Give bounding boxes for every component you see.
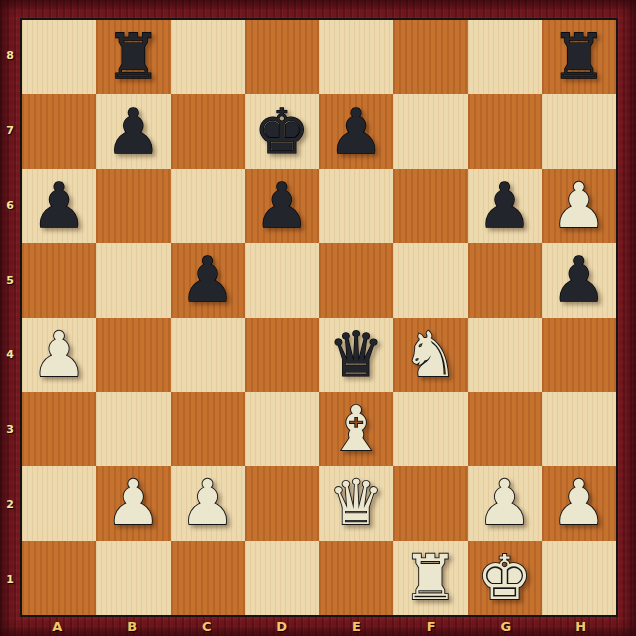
piece-white-pawn-b2[interactable]: ♟	[106, 466, 162, 540]
piece-white-pawn-c2[interactable]: ♟	[180, 466, 236, 540]
square-e6[interactable]	[319, 169, 393, 243]
square-f5[interactable]	[393, 243, 467, 317]
chess-app-window: ♜♜♟♚♟♟♟♟♟♟♟♟♛♞♝♟♟♛♟♟♜♚ 87654321 ABCDEFGH	[0, 0, 636, 636]
piece-black-pawn-a6[interactable]: ♟	[31, 169, 87, 243]
file-label-e: E	[319, 617, 394, 636]
rank-label-1: 1	[0, 542, 20, 617]
square-f6[interactable]	[393, 169, 467, 243]
square-c7[interactable]	[171, 94, 245, 168]
file-label-h: H	[543, 617, 618, 636]
square-h3[interactable]	[542, 392, 616, 466]
piece-white-pawn-h2[interactable]: ♟	[551, 466, 607, 540]
square-a1[interactable]	[22, 541, 96, 615]
square-b7[interactable]: ♟	[96, 94, 170, 168]
square-c5[interactable]: ♟	[171, 243, 245, 317]
square-f3[interactable]	[393, 392, 467, 466]
square-g8[interactable]	[468, 20, 542, 94]
piece-black-queen-e4[interactable]: ♛	[328, 318, 384, 392]
square-g5[interactable]	[468, 243, 542, 317]
square-c8[interactable]	[171, 20, 245, 94]
square-a8[interactable]	[22, 20, 96, 94]
square-g4[interactable]	[468, 318, 542, 392]
square-d6[interactable]: ♟	[245, 169, 319, 243]
square-f2[interactable]	[393, 466, 467, 540]
piece-white-knight-f4[interactable]: ♞	[403, 318, 459, 392]
square-c1[interactable]	[171, 541, 245, 615]
square-c4[interactable]	[171, 318, 245, 392]
square-g2[interactable]: ♟	[468, 466, 542, 540]
file-coordinates: ABCDEFGH	[20, 617, 618, 636]
piece-black-pawn-e7[interactable]: ♟	[328, 95, 384, 169]
square-b6[interactable]	[96, 169, 170, 243]
piece-white-king-g1[interactable]: ♚	[477, 541, 533, 615]
square-e7[interactable]: ♟	[319, 94, 393, 168]
rank-coordinates: 87654321	[0, 18, 20, 617]
square-d4[interactable]	[245, 318, 319, 392]
piece-black-pawn-d6[interactable]: ♟	[254, 169, 310, 243]
square-f4[interactable]: ♞	[393, 318, 467, 392]
square-d3[interactable]	[245, 392, 319, 466]
square-b5[interactable]	[96, 243, 170, 317]
square-b1[interactable]	[96, 541, 170, 615]
square-g1[interactable]: ♚	[468, 541, 542, 615]
rank-label-3: 3	[0, 392, 20, 467]
piece-black-rook-b8[interactable]: ♜	[106, 20, 162, 94]
square-e1[interactable]	[319, 541, 393, 615]
square-b3[interactable]	[96, 392, 170, 466]
file-label-c: C	[170, 617, 245, 636]
file-label-d: D	[244, 617, 319, 636]
square-e4[interactable]: ♛	[319, 318, 393, 392]
square-a2[interactable]	[22, 466, 96, 540]
square-g6[interactable]: ♟	[468, 169, 542, 243]
piece-white-rook-f1[interactable]: ♜	[403, 541, 459, 615]
square-e3[interactable]: ♝	[319, 392, 393, 466]
rank-label-7: 7	[0, 93, 20, 168]
square-d1[interactable]	[245, 541, 319, 615]
piece-black-pawn-c5[interactable]: ♟	[180, 243, 236, 317]
square-e2[interactable]: ♛	[319, 466, 393, 540]
square-g3[interactable]	[468, 392, 542, 466]
rank-label-4: 4	[0, 318, 20, 393]
square-d8[interactable]	[245, 20, 319, 94]
piece-black-pawn-g6[interactable]: ♟	[477, 169, 533, 243]
square-d5[interactable]	[245, 243, 319, 317]
square-d2[interactable]	[245, 466, 319, 540]
square-h2[interactable]: ♟	[542, 466, 616, 540]
piece-white-bishop-e3[interactable]: ♝	[328, 392, 384, 466]
square-a5[interactable]	[22, 243, 96, 317]
file-label-b: B	[95, 617, 170, 636]
square-c6[interactable]	[171, 169, 245, 243]
square-e8[interactable]	[319, 20, 393, 94]
square-c3[interactable]	[171, 392, 245, 466]
square-a7[interactable]	[22, 94, 96, 168]
square-d7[interactable]: ♚	[245, 94, 319, 168]
rank-label-8: 8	[0, 18, 20, 93]
piece-white-pawn-a4[interactable]: ♟	[31, 318, 87, 392]
square-h7[interactable]	[542, 94, 616, 168]
rank-label-5: 5	[0, 243, 20, 318]
square-h6[interactable]: ♟	[542, 169, 616, 243]
square-a3[interactable]	[22, 392, 96, 466]
file-label-a: A	[20, 617, 95, 636]
piece-white-pawn-h6[interactable]: ♟	[551, 169, 607, 243]
square-f1[interactable]: ♜	[393, 541, 467, 615]
rank-label-2: 2	[0, 467, 20, 542]
piece-black-pawn-h5[interactable]: ♟	[551, 243, 607, 317]
square-a4[interactable]: ♟	[22, 318, 96, 392]
file-label-f: F	[394, 617, 469, 636]
piece-black-king-d7[interactable]: ♚	[254, 95, 310, 169]
square-g7[interactable]	[468, 94, 542, 168]
chess-board: ♜♜♟♚♟♟♟♟♟♟♟♟♛♞♝♟♟♛♟♟♜♚	[20, 18, 618, 617]
square-e5[interactable]	[319, 243, 393, 317]
board-grid: ♜♜♟♚♟♟♟♟♟♟♟♟♛♞♝♟♟♛♟♟♜♚	[22, 20, 616, 615]
square-b4[interactable]	[96, 318, 170, 392]
square-h8[interactable]: ♜	[542, 20, 616, 94]
square-h1[interactable]	[542, 541, 616, 615]
square-h4[interactable]	[542, 318, 616, 392]
square-f7[interactable]	[393, 94, 467, 168]
square-a6[interactable]: ♟	[22, 169, 96, 243]
piece-white-queen-e2[interactable]: ♛	[328, 466, 384, 540]
rank-label-6: 6	[0, 168, 20, 243]
square-b8[interactable]: ♜	[96, 20, 170, 94]
square-c2[interactable]: ♟	[171, 466, 245, 540]
square-b2[interactable]: ♟	[96, 466, 170, 540]
file-label-g: G	[469, 617, 544, 636]
square-h5[interactable]: ♟	[542, 243, 616, 317]
piece-black-rook-h8[interactable]: ♜	[551, 20, 607, 94]
piece-white-pawn-g2[interactable]: ♟	[477, 466, 533, 540]
piece-black-pawn-b7[interactable]: ♟	[106, 95, 162, 169]
square-f8[interactable]	[393, 20, 467, 94]
